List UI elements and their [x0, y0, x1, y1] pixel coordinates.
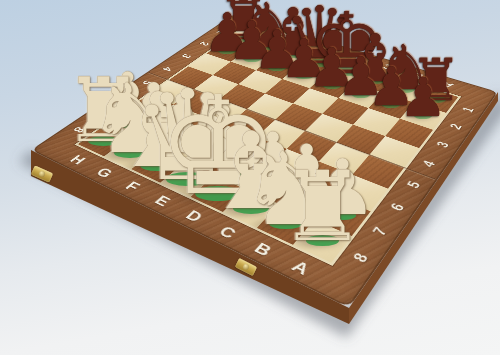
chess-set-photo: HH11GG22FF33EE44DD55CC66BB77AA88 ♜♞♟♝♟♛♟…	[0, 0, 500, 355]
